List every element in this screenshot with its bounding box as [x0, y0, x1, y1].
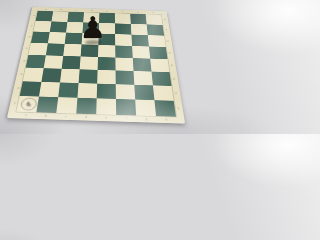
- square-h8: [146, 14, 163, 25]
- square-a2: [20, 81, 42, 96]
- square-h5: [149, 47, 168, 60]
- coord-label: 5: [167, 47, 173, 59]
- square-c1: [56, 97, 77, 113]
- coord-label: b: [35, 114, 56, 119]
- square-g4: [133, 58, 152, 71]
- coord-label: f: [116, 116, 136, 121]
- square-g8: [130, 14, 146, 25]
- square-e1: [96, 98, 116, 114]
- coord-label: a: [15, 113, 36, 118]
- coord-label: g: [136, 117, 156, 122]
- square-h7: [147, 24, 164, 35]
- coord-label: d: [76, 115, 96, 120]
- square-c2: [58, 82, 78, 97]
- square-d2: [77, 83, 97, 98]
- square-f1: [116, 99, 136, 115]
- square-b3: [41, 68, 61, 82]
- square-d4: [80, 56, 98, 69]
- square-e2: [97, 84, 116, 99]
- square-f8: [115, 13, 131, 24]
- square-f3: [116, 70, 135, 84]
- coord-label: 8: [162, 15, 167, 25]
- square-a3: [23, 68, 44, 82]
- coord-label: 6: [165, 36, 171, 48]
- square-a5: [28, 43, 47, 56]
- square-f4: [115, 58, 133, 71]
- black-pawn: ♟: [78, 12, 108, 44]
- square-c5: [63, 44, 81, 57]
- square-a4: [26, 55, 46, 68]
- square-g1: [135, 100, 156, 116]
- square-g5: [132, 46, 150, 59]
- square-f2: [116, 84, 135, 99]
- photo-scene: { "game": "chess", "scene": { "type": "p…: [0, 0, 200, 134]
- square-b1: [36, 97, 58, 113]
- square-d3: [79, 69, 98, 83]
- square-b2: [39, 82, 60, 97]
- square-c4: [62, 56, 81, 69]
- coord-label: e: [96, 116, 116, 121]
- coord-label: c: [56, 115, 77, 120]
- square-d5: [81, 44, 99, 57]
- square-b6: [48, 32, 66, 44]
- square-g3: [134, 71, 153, 85]
- square-h6: [148, 35, 166, 47]
- square-b4: [44, 55, 64, 68]
- square-e4: [98, 57, 116, 70]
- square-c3: [60, 69, 80, 83]
- square-b8: [51, 11, 68, 22]
- square-g2: [134, 85, 154, 100]
- square-f6: [115, 34, 132, 46]
- coord-label: 4: [168, 59, 174, 72]
- square-a6: [31, 32, 50, 44]
- square-h1: [154, 100, 176, 117]
- square-h2: [153, 85, 174, 100]
- square-e5: [98, 45, 115, 58]
- square-b7: [50, 21, 68, 32]
- square-b5: [46, 43, 65, 56]
- square-g6: [131, 35, 149, 47]
- square-a8: [36, 11, 54, 22]
- coord-label: h: [156, 118, 177, 123]
- square-g7: [131, 24, 148, 35]
- square-h3: [152, 72, 172, 86]
- square-f5: [115, 45, 133, 58]
- coord-label: 7: [163, 25, 169, 36]
- square-a7: [33, 21, 51, 32]
- square-f7: [115, 23, 131, 34]
- square-e3: [97, 70, 116, 84]
- square-d1: [76, 98, 96, 114]
- square-h4: [150, 59, 169, 72]
